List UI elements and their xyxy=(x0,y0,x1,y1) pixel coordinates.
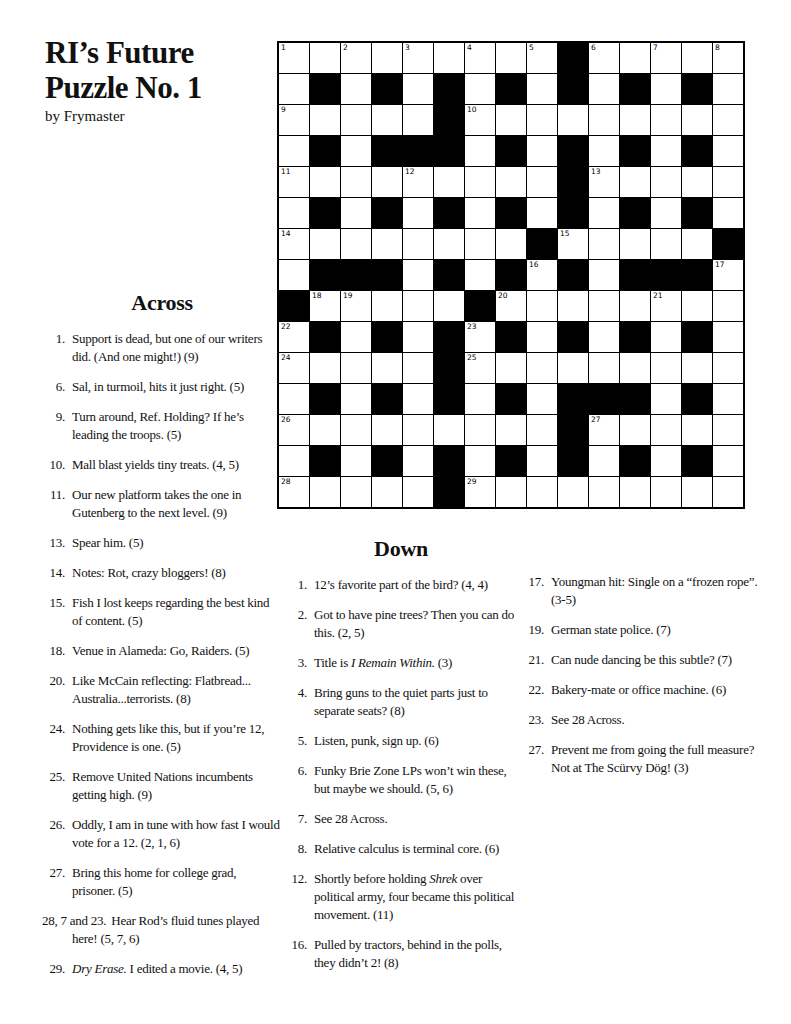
black-cell-r8c14 xyxy=(682,260,712,290)
white-cell-r6c1[interactable] xyxy=(279,198,309,228)
white-cell-r11c14[interactable] xyxy=(682,353,712,383)
black-cell-r4c14 xyxy=(682,136,712,166)
white-cell-r1c11[interactable]: 6 xyxy=(589,43,619,73)
white-cell-r4c11[interactable] xyxy=(589,136,619,166)
white-cell-r7c4[interactable] xyxy=(372,229,402,259)
down-clue-list-column2: 17.Youngman hit: Single on a “frozen rop… xyxy=(521,573,771,777)
clue-text: Bring guns to the quiet parts just to se… xyxy=(314,685,488,718)
grid-number-18: 18 xyxy=(312,292,322,300)
grid-number-4: 4 xyxy=(467,44,472,52)
black-cell-r10c8 xyxy=(496,322,526,352)
title-block: RI’s Future Puzzle No. 1 by Frymaster xyxy=(45,36,275,125)
white-cell-r9c15[interactable] xyxy=(713,291,743,321)
grid-number-27: 27 xyxy=(591,416,601,424)
white-cell-r1c8[interactable] xyxy=(496,43,526,73)
white-cell-r3c1[interactable]: 9 xyxy=(279,105,309,135)
grid-number-28: 28 xyxy=(281,478,291,486)
white-cell-r9c6[interactable] xyxy=(434,291,464,321)
white-cell-r8c7[interactable] xyxy=(465,260,495,290)
white-cell-r11c1[interactable]: 24 xyxy=(279,353,309,383)
down-clue-8: 8.Relative calculus is terminal core. (6… xyxy=(284,840,518,858)
across-clue-6: 6.Sal, in turmoil, hits it just right. (… xyxy=(42,378,282,396)
black-cell-r14c6 xyxy=(434,446,464,476)
white-cell-r13c6[interactable] xyxy=(434,415,464,445)
black-cell-r8c10 xyxy=(558,260,588,290)
white-cell-r15c9[interactable] xyxy=(527,477,557,507)
white-cell-r15c12[interactable] xyxy=(620,477,650,507)
white-cell-r15c1[interactable]: 28 xyxy=(279,477,309,507)
clue-text: German state police. (7) xyxy=(551,622,671,637)
white-cell-r1c2[interactable] xyxy=(310,43,340,73)
black-cell-r12c11 xyxy=(589,384,619,414)
white-cell-r1c3[interactable]: 2 xyxy=(341,43,371,73)
black-cell-r8c12 xyxy=(620,260,650,290)
black-cell-r8c3 xyxy=(341,260,371,290)
white-cell-r12c1[interactable] xyxy=(279,384,309,414)
clue-number-label: 29. xyxy=(42,960,65,978)
across-clue-11: 11.Our new platform takes the one in Gut… xyxy=(42,486,282,522)
white-cell-r8c9[interactable]: 16 xyxy=(527,260,557,290)
white-cell-r5c5[interactable]: 12 xyxy=(403,167,433,197)
clue-number-label: 26. xyxy=(42,816,65,834)
white-cell-r2c13[interactable] xyxy=(651,74,681,104)
grid-number-23: 23 xyxy=(467,323,477,331)
white-cell-r4c1[interactable] xyxy=(279,136,309,166)
white-cell-r13c5[interactable] xyxy=(403,415,433,445)
down-clue-19: 19.German state police. (7) xyxy=(521,621,771,639)
down-clue-3: 3.Title is I Remain Within. (3) xyxy=(284,654,518,672)
grid-number-24: 24 xyxy=(281,354,291,362)
black-cell-r10c6 xyxy=(434,322,464,352)
white-cell-r9c5[interactable] xyxy=(403,291,433,321)
black-cell-r14c4 xyxy=(372,446,402,476)
white-cell-r10c13[interactable] xyxy=(651,322,681,352)
white-cell-r15c2[interactable] xyxy=(310,477,340,507)
white-cell-r9c2[interactable]: 18 xyxy=(310,291,340,321)
white-cell-r4c9[interactable] xyxy=(527,136,557,166)
black-cell-r11c6 xyxy=(434,353,464,383)
white-cell-r12c3[interactable] xyxy=(341,384,371,414)
white-cell-r2c11[interactable] xyxy=(589,74,619,104)
grid-number-5: 5 xyxy=(529,44,534,52)
white-cell-r5c15[interactable] xyxy=(713,167,743,197)
black-cell-r12c8 xyxy=(496,384,526,414)
white-cell-r9c3[interactable]: 19 xyxy=(341,291,371,321)
white-cell-r12c15[interactable] xyxy=(713,384,743,414)
white-cell-r1c7[interactable]: 4 xyxy=(465,43,495,73)
white-cell-r3c3[interactable] xyxy=(341,105,371,135)
white-cell-r1c9[interactable]: 5 xyxy=(527,43,557,73)
black-cell-r7c15 xyxy=(713,229,743,259)
grid-number-26: 26 xyxy=(281,416,291,424)
white-cell-r12c7[interactable] xyxy=(465,384,495,414)
clue-number-label: 28, 7 and 23. xyxy=(42,913,111,928)
clue-text: Our new platform takes the one in Gutenb… xyxy=(72,487,241,520)
white-cell-r13c4[interactable] xyxy=(372,415,402,445)
white-cell-r7c12[interactable] xyxy=(620,229,650,259)
white-cell-r15c15[interactable] xyxy=(713,477,743,507)
clue-text: 12’s favorite part of the bird? (4, 4) xyxy=(314,577,488,592)
white-cell-r2c7[interactable] xyxy=(465,74,495,104)
white-cell-r13c2[interactable] xyxy=(310,415,340,445)
white-cell-r5c12[interactable] xyxy=(620,167,650,197)
black-cell-r12c12 xyxy=(620,384,650,414)
white-cell-r11c9[interactable] xyxy=(527,353,557,383)
down-clue-21: 21.Can nude dancing be this subtle? (7) xyxy=(521,651,771,669)
white-cell-r7c7[interactable] xyxy=(465,229,495,259)
white-cell-r5c7[interactable] xyxy=(465,167,495,197)
clue-text: Shortly before holding Shrek over politi… xyxy=(314,871,514,922)
black-cell-r1c10 xyxy=(558,43,588,73)
across-clue-24: 24.Nothing gets like this, but if you’re… xyxy=(42,720,282,756)
white-cell-r14c13[interactable] xyxy=(651,446,681,476)
black-cell-r2c12 xyxy=(620,74,650,104)
white-cell-r6c5[interactable] xyxy=(403,198,433,228)
white-cell-r15c13[interactable] xyxy=(651,477,681,507)
white-cell-r3c11[interactable] xyxy=(589,105,619,135)
white-cell-r4c15[interactable] xyxy=(713,136,743,166)
white-cell-r11c2[interactable] xyxy=(310,353,340,383)
black-cell-r14c10 xyxy=(558,446,588,476)
white-cell-r7c2[interactable] xyxy=(310,229,340,259)
white-cell-r1c14[interactable] xyxy=(682,43,712,73)
white-cell-r5c14[interactable] xyxy=(682,167,712,197)
white-cell-r11c7[interactable]: 25 xyxy=(465,353,495,383)
white-cell-r12c5[interactable] xyxy=(403,384,433,414)
white-cell-r15c3[interactable] xyxy=(341,477,371,507)
white-cell-r3c9[interactable] xyxy=(527,105,557,135)
grid-number-12: 12 xyxy=(405,168,415,176)
black-cell-r12c10 xyxy=(558,384,588,414)
white-cell-r4c7[interactable] xyxy=(465,136,495,166)
white-cell-r10c7[interactable]: 23 xyxy=(465,322,495,352)
white-cell-r9c11[interactable] xyxy=(589,291,619,321)
puzzle-byline: by Frymaster xyxy=(45,108,275,125)
white-cell-r11c10[interactable] xyxy=(558,353,588,383)
black-cell-r6c6 xyxy=(434,198,464,228)
clue-number-label: 27. xyxy=(521,741,544,759)
grid-number-13: 13 xyxy=(591,168,601,176)
black-cell-r8c4 xyxy=(372,260,402,290)
white-cell-r8c15[interactable]: 17 xyxy=(713,260,743,290)
white-cell-r5c9[interactable] xyxy=(527,167,557,197)
black-cell-r6c10 xyxy=(558,198,588,228)
white-cell-r4c3[interactable] xyxy=(341,136,371,166)
white-cell-r11c8[interactable] xyxy=(496,353,526,383)
white-cell-r11c13[interactable] xyxy=(651,353,681,383)
white-cell-r1c5[interactable]: 3 xyxy=(403,43,433,73)
white-cell-r12c9[interactable] xyxy=(527,384,557,414)
white-cell-r8c11[interactable] xyxy=(589,260,619,290)
white-cell-r9c8[interactable]: 20 xyxy=(496,291,526,321)
white-cell-r3c5[interactable] xyxy=(403,105,433,135)
white-cell-r13c11[interactable]: 27 xyxy=(589,415,619,445)
white-cell-r5c13[interactable] xyxy=(651,167,681,197)
down-clue-5: 5.Listen, punk, sign up. (6) xyxy=(284,732,518,750)
white-cell-r3c8[interactable] xyxy=(496,105,526,135)
black-cell-r10c4 xyxy=(372,322,402,352)
white-cell-r2c9[interactable] xyxy=(527,74,557,104)
white-cell-r10c3[interactable] xyxy=(341,322,371,352)
grid-number-21: 21 xyxy=(653,292,663,300)
grid-number-11: 11 xyxy=(281,168,291,176)
black-cell-r10c12 xyxy=(620,322,650,352)
white-cell-r14c7[interactable] xyxy=(465,446,495,476)
black-cell-r5c10 xyxy=(558,167,588,197)
white-cell-r3c15[interactable] xyxy=(713,105,743,135)
clue-text: Listen, punk, sign up. (6) xyxy=(314,733,439,748)
white-cell-r13c8[interactable] xyxy=(496,415,526,445)
white-cell-r13c7[interactable] xyxy=(465,415,495,445)
white-cell-r7c3[interactable] xyxy=(341,229,371,259)
down-section-column1: Down 1.12’s favorite part of the bird? (… xyxy=(284,536,518,984)
black-cell-r10c14 xyxy=(682,322,712,352)
white-cell-r2c3[interactable] xyxy=(341,74,371,104)
clue-text: Nothing gets like this, but if you’re 12… xyxy=(72,721,264,754)
white-cell-r11c5[interactable] xyxy=(403,353,433,383)
white-cell-r5c8[interactable] xyxy=(496,167,526,197)
clue-text: See 28 Across. xyxy=(314,811,387,826)
white-cell-r15c5[interactable] xyxy=(403,477,433,507)
white-cell-r11c15[interactable] xyxy=(713,353,743,383)
white-cell-r7c10[interactable]: 15 xyxy=(558,229,588,259)
down-clue-23: 23.See 28 Across. xyxy=(521,711,771,729)
clue-text: Like McCain reflecting: Flatbread... Aus… xyxy=(72,673,251,706)
black-cell-r8c6 xyxy=(434,260,464,290)
black-cell-r6c2 xyxy=(310,198,340,228)
white-cell-r1c4[interactable] xyxy=(372,43,402,73)
white-cell-r5c6[interactable] xyxy=(434,167,464,197)
clue-text: Notes: Rot, crazy bloggers! (8) xyxy=(72,565,226,580)
clue-text: Oddly, I am in tune with how fast I woul… xyxy=(72,817,280,850)
white-cell-r9c12[interactable] xyxy=(620,291,650,321)
white-cell-r7c6[interactable] xyxy=(434,229,464,259)
grid-number-19: 19 xyxy=(343,292,353,300)
white-cell-r14c15[interactable] xyxy=(713,446,743,476)
crossword-grid[interactable]: 1234567891011121314151617181920212223242… xyxy=(277,41,745,509)
white-cell-r1c15[interactable]: 8 xyxy=(713,43,743,73)
clue-number-label: 24. xyxy=(42,720,65,738)
white-cell-r1c12[interactable] xyxy=(620,43,650,73)
clue-number-label: 10. xyxy=(42,456,65,474)
white-cell-r13c15[interactable] xyxy=(713,415,743,445)
white-cell-r15c4[interactable] xyxy=(372,477,402,507)
white-cell-r14c9[interactable] xyxy=(527,446,557,476)
black-cell-r2c8 xyxy=(496,74,526,104)
clue-number-label: 13. xyxy=(42,534,65,552)
black-cell-r4c6 xyxy=(434,136,464,166)
white-cell-r13c14[interactable] xyxy=(682,415,712,445)
clue-number-label: 16. xyxy=(284,936,307,954)
clue-text: Dry Erase. I edited a movie. (4, 5) xyxy=(72,961,242,976)
clue-text: Got to have pine trees? Then you can do … xyxy=(314,607,514,640)
clue-number-label: 25. xyxy=(42,768,65,786)
black-cell-r8c13 xyxy=(651,260,681,290)
clue-number-label: 18. xyxy=(42,642,65,660)
across-clue-26: 26.Oddly, I am in tune with how fast I w… xyxy=(42,816,282,852)
white-cell-r6c11[interactable] xyxy=(589,198,619,228)
white-cell-r9c10[interactable] xyxy=(558,291,588,321)
grid-number-1: 1 xyxy=(281,44,286,52)
white-cell-r15c14[interactable] xyxy=(682,477,712,507)
white-cell-r6c15[interactable] xyxy=(713,198,743,228)
across-clue-10: 10.Mall blast yields tiny treats. (4, 5) xyxy=(42,456,282,474)
clue-number-label: 27. xyxy=(42,864,65,882)
white-cell-r6c9[interactable] xyxy=(527,198,557,228)
white-cell-r10c11[interactable] xyxy=(589,322,619,352)
black-cell-r7c9 xyxy=(527,229,557,259)
white-cell-r13c1[interactable]: 26 xyxy=(279,415,309,445)
white-cell-r1c1[interactable]: 1 xyxy=(279,43,309,73)
white-cell-r14c1[interactable] xyxy=(279,446,309,476)
white-cell-r9c4[interactable] xyxy=(372,291,402,321)
white-cell-r3c2[interactable] xyxy=(310,105,340,135)
white-cell-r2c1[interactable] xyxy=(279,74,309,104)
grid-number-20: 20 xyxy=(498,292,508,300)
clue-text: Pulled by tractors, behind in the polls,… xyxy=(314,937,502,970)
white-cell-r10c15[interactable] xyxy=(713,322,743,352)
white-cell-r11c11[interactable] xyxy=(589,353,619,383)
black-cell-r6c8 xyxy=(496,198,526,228)
white-cell-r1c6[interactable] xyxy=(434,43,464,73)
white-cell-r3c4[interactable] xyxy=(372,105,402,135)
white-cell-r4c13[interactable] xyxy=(651,136,681,166)
grid-number-10: 10 xyxy=(467,106,477,114)
white-cell-r13c12[interactable] xyxy=(620,415,650,445)
white-cell-r3c12[interactable] xyxy=(620,105,650,135)
grid-number-8: 8 xyxy=(715,44,720,52)
white-cell-r3c7[interactable]: 10 xyxy=(465,105,495,135)
black-cell-r4c10 xyxy=(558,136,588,166)
clue-number-label: 6. xyxy=(42,378,65,396)
across-clue-27: 27.Bring this home for college grad, pri… xyxy=(42,864,282,900)
white-cell-r7c11[interactable] xyxy=(589,229,619,259)
clue-text: Venue in Alameda: Go, Raiders. (5) xyxy=(72,643,249,658)
grid-number-3: 3 xyxy=(405,44,410,52)
white-cell-r7c14[interactable] xyxy=(682,229,712,259)
black-cell-r2c10 xyxy=(558,74,588,104)
black-cell-r15c6 xyxy=(434,477,464,507)
down-clue-1: 1.12’s favorite part of the bird? (4, 4) xyxy=(284,576,518,594)
black-cell-r9c7 xyxy=(465,291,495,321)
grid-number-22: 22 xyxy=(281,323,291,331)
white-cell-r2c15[interactable] xyxy=(713,74,743,104)
white-cell-r7c5[interactable] xyxy=(403,229,433,259)
clue-text: Fish I lost keeps regarding the best kin… xyxy=(72,595,269,628)
down-clue-22: 22.Bakery-mate or office machine. (6) xyxy=(521,681,771,699)
white-cell-r3c13[interactable] xyxy=(651,105,681,135)
white-cell-r15c8[interactable] xyxy=(496,477,526,507)
clue-text: Spear him. (5) xyxy=(72,535,143,550)
black-cell-r12c4 xyxy=(372,384,402,414)
clue-number-label: 19. xyxy=(521,621,544,639)
down-clue-list-column1: 1.12’s favorite part of the bird? (4, 4)… xyxy=(284,576,518,972)
white-cell-r13c13[interactable] xyxy=(651,415,681,445)
clue-number-label: 4. xyxy=(284,684,307,702)
clue-text: Funky Brie Zone LPs won’t win these, but… xyxy=(314,763,507,796)
white-cell-r15c10[interactable] xyxy=(558,477,588,507)
white-cell-r14c5[interactable] xyxy=(403,446,433,476)
white-cell-r13c3[interactable] xyxy=(341,415,371,445)
clue-number-label: 21. xyxy=(521,651,544,669)
white-cell-r13c9[interactable] xyxy=(527,415,557,445)
down-clue-4: 4.Bring guns to the quiet parts just to … xyxy=(284,684,518,720)
white-cell-r3c14[interactable] xyxy=(682,105,712,135)
white-cell-r12c13[interactable] xyxy=(651,384,681,414)
white-cell-r5c3[interactable] xyxy=(341,167,371,197)
down-clue-17: 17.Youngman hit: Single on a “frozen rop… xyxy=(521,573,771,609)
white-cell-r8c1[interactable] xyxy=(279,260,309,290)
clue-number-label: 1. xyxy=(42,330,65,348)
white-cell-r11c3[interactable] xyxy=(341,353,371,383)
black-cell-r10c2 xyxy=(310,322,340,352)
white-cell-r15c7[interactable]: 29 xyxy=(465,477,495,507)
black-cell-r14c12 xyxy=(620,446,650,476)
white-cell-r9c13[interactable]: 21 xyxy=(651,291,681,321)
white-cell-r3c10[interactable] xyxy=(558,105,588,135)
white-cell-r8c5[interactable] xyxy=(403,260,433,290)
white-cell-r1c13[interactable]: 7 xyxy=(651,43,681,73)
white-cell-r14c3[interactable] xyxy=(341,446,371,476)
white-cell-r10c9[interactable] xyxy=(527,322,557,352)
clue-number-label: 8. xyxy=(284,840,307,858)
clue-text: Title is I Remain Within. (3) xyxy=(314,655,452,670)
across-clue-20: 20.Like McCain reflecting: Flatbread... … xyxy=(42,672,282,708)
white-cell-r9c14[interactable] xyxy=(682,291,712,321)
white-cell-r10c5[interactable] xyxy=(403,322,433,352)
down-clue-2: 2.Got to have pine trees? Then you can d… xyxy=(284,606,518,642)
clue-text: Prevent me from going the full measure? … xyxy=(551,742,754,775)
puzzle-title-line2: Puzzle No. 1 xyxy=(45,71,275,106)
white-cell-r11c12[interactable] xyxy=(620,353,650,383)
black-cell-r4c4 xyxy=(372,136,402,166)
white-cell-r2c5[interactable] xyxy=(403,74,433,104)
clue-number-label: 22. xyxy=(521,681,544,699)
across-clue-29: 29.Dry Erase. I edited a movie. (4, 5) xyxy=(42,960,282,978)
white-cell-r9c9[interactable] xyxy=(527,291,557,321)
white-cell-r10c1[interactable]: 22 xyxy=(279,322,309,352)
clue-number-label: 3. xyxy=(284,654,307,672)
white-cell-r5c2[interactable] xyxy=(310,167,340,197)
grid-number-17: 17 xyxy=(715,261,725,269)
grid-number-2: 2 xyxy=(343,44,348,52)
puzzle-title-line1: RI’s Future xyxy=(45,36,275,71)
clue-text: Bring this home for college grad, prison… xyxy=(72,865,236,898)
clue-number-label: 20. xyxy=(42,672,65,690)
white-cell-r15c11[interactable] xyxy=(589,477,619,507)
clue-text: Can nude dancing be this subtle? (7) xyxy=(551,652,732,667)
white-cell-r6c7[interactable] xyxy=(465,198,495,228)
white-cell-r14c11[interactable] xyxy=(589,446,619,476)
black-cell-r9c1 xyxy=(279,291,309,321)
white-cell-r6c3[interactable] xyxy=(341,198,371,228)
white-cell-r7c8[interactable] xyxy=(496,229,526,259)
white-cell-r11c4[interactable] xyxy=(372,353,402,383)
white-cell-r5c11[interactable]: 13 xyxy=(589,167,619,197)
white-cell-r7c13[interactable] xyxy=(651,229,681,259)
black-cell-r4c12 xyxy=(620,136,650,166)
clue-number-label: 23. xyxy=(521,711,544,729)
white-cell-r6c13[interactable] xyxy=(651,198,681,228)
across-clue-1: 1.Support is dead, but one of our writer… xyxy=(42,330,282,366)
white-cell-r5c1[interactable]: 11 xyxy=(279,167,309,197)
clue-number-label: 12. xyxy=(284,870,307,888)
black-cell-r13c10 xyxy=(558,415,588,445)
white-cell-r5c4[interactable] xyxy=(372,167,402,197)
black-cell-r2c14 xyxy=(682,74,712,104)
black-cell-r4c8 xyxy=(496,136,526,166)
white-cell-r7c1[interactable]: 14 xyxy=(279,229,309,259)
